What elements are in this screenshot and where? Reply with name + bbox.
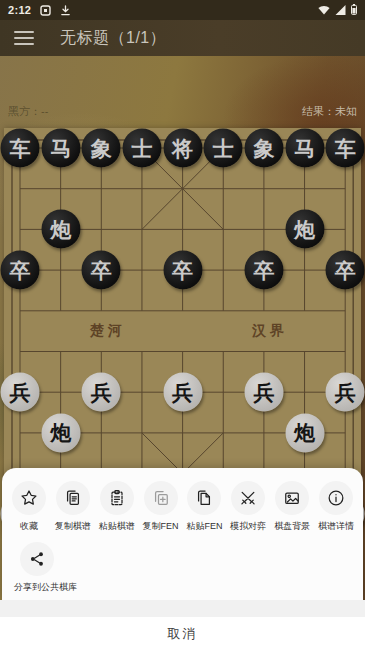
hamburger-menu-icon[interactable] [14,31,34,45]
page-title: 无标题（1/1） [60,28,166,49]
action-paste-record-label: 粘贴棋谱 [99,520,135,533]
share-icon [20,542,54,576]
star-icon [12,481,46,515]
piece-卒-black[interactable]: 卒 [163,251,202,290]
swords-icon [231,481,265,515]
action-copy-fen-label: 复制FEN [143,520,179,533]
piece-兵-red[interactable]: 兵 [244,373,283,412]
action-paste-fen-label: 粘贴FEN [186,520,222,533]
piece-卒-black[interactable]: 卒 [1,251,40,290]
cancel-button[interactable]: 取消 [0,617,365,650]
piece-兵-red[interactable]: 兵 [326,373,365,412]
status-bar: 2:12 [0,0,365,20]
cancel-label: 取消 [168,625,198,643]
action-board-background-label: 棋盘背景 [274,520,310,533]
copy-doc-icon [56,481,90,515]
piece-卒-black[interactable]: 卒 [244,251,283,290]
info-icon [319,481,353,515]
clipboard-icon [100,481,134,515]
action-favorite-label: 收藏 [20,520,38,533]
river-label-right: 汉界 [252,322,288,340]
battery-icon [351,1,357,19]
action-record-details[interactable]: 棋谱详情 [314,481,358,533]
copy-plus-icon [144,481,178,515]
piece-象-black[interactable]: 象 [82,129,121,168]
piece-象-black[interactable]: 象 [244,129,283,168]
action-paste-fen[interactable]: 粘贴FEN [183,481,227,533]
image-icon [275,481,309,515]
piece-车-black[interactable]: 车 [326,129,365,168]
action-share-public[interactable]: 分享到公共棋库 [14,542,77,594]
piece-马-black[interactable]: 马 [41,129,80,168]
piece-炮-black[interactable]: 炮 [285,210,324,249]
piece-炮-red[interactable]: 炮 [285,413,324,452]
piece-兵-red[interactable]: 兵 [1,373,40,412]
download-icon [60,5,71,16]
piece-炮-black[interactable]: 炮 [41,210,80,249]
action-paste-record[interactable]: 粘贴棋谱 [95,481,139,533]
screenshot-icon [40,5,51,16]
sheet-share-row: 分享到公共棋库 [2,533,363,594]
app-bar: 无标题（1/1） [0,20,365,56]
piece-兵-red[interactable]: 兵 [163,373,202,412]
action-favorite[interactable]: 收藏 [7,481,51,533]
action-record-details-label: 棋谱详情 [318,520,354,533]
piece-车-black[interactable]: 车 [1,129,40,168]
piece-卒-black[interactable]: 卒 [326,251,365,290]
sheet-divider [0,600,365,617]
paste-doc-icon [187,481,221,515]
piece-马-black[interactable]: 马 [285,129,324,168]
piece-士-black[interactable]: 士 [204,129,243,168]
sheet-actions-row: 收藏复制棋谱粘贴棋谱复制FEN粘贴FEN模拟对弈棋盘背景棋谱详情 [2,468,363,533]
action-copy-fen[interactable]: 复制FEN [139,481,183,533]
result-label: 结果：未知 [302,104,357,119]
action-copy-record-label: 复制棋谱 [55,520,91,533]
action-board-background[interactable]: 棋盘背景 [270,481,314,533]
piece-将-black[interactable]: 将 [163,129,202,168]
action-share-public-label: 分享到公共棋库 [14,581,77,594]
action-simulate-game-label: 模拟对弈 [230,520,266,533]
wifi-icon [318,1,330,19]
piece-炮-red[interactable]: 炮 [41,413,80,452]
action-simulate-game[interactable]: 模拟对弈 [226,481,270,533]
piece-兵-red[interactable]: 兵 [82,373,121,412]
actions-bottom-sheet: 收藏复制棋谱粘贴棋谱复制FEN粘贴FEN模拟对弈棋盘背景棋谱详情 分享到公共棋库 [2,468,363,600]
cell-signal-icon [335,1,346,19]
piece-士-black[interactable]: 士 [122,129,161,168]
action-copy-record[interactable]: 复制棋谱 [51,481,95,533]
piece-卒-black[interactable]: 卒 [82,251,121,290]
river-label-left: 楚河 [90,322,126,340]
clock: 2:12 [8,4,31,16]
phone-screen: 2:12 无标题（1/1） 黑方：-- 结果：未知 楚河 汉界 车 [0,0,365,650]
black-side-label: 黑方：-- [8,104,48,119]
